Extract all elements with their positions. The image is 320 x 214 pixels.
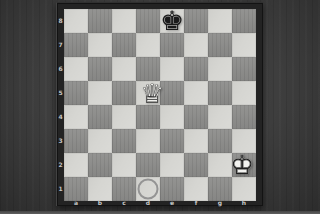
square-f2[interactable]	[184, 153, 208, 177]
square-g7[interactable]	[208, 33, 232, 57]
square-h5[interactable]	[232, 81, 256, 105]
file-label: a	[64, 200, 88, 206]
square-b1[interactable]	[88, 177, 112, 201]
rank-label: 5	[57, 81, 64, 105]
rank-label: 4	[57, 105, 64, 129]
file-label: g	[208, 200, 232, 206]
square-a3[interactable]	[64, 129, 88, 153]
square-h6[interactable]	[232, 57, 256, 81]
square-g2[interactable]	[208, 153, 232, 177]
file-label: c	[112, 200, 136, 206]
square-b3[interactable]	[88, 129, 112, 153]
king-glyph: ♚	[160, 7, 184, 34]
square-e8[interactable]: ♚	[160, 9, 184, 33]
square-c5[interactable]	[112, 81, 136, 105]
square-b7[interactable]	[88, 33, 112, 57]
square-b2[interactable]	[88, 153, 112, 177]
square-f4[interactable]	[184, 105, 208, 129]
square-f3[interactable]	[184, 129, 208, 153]
square-d8[interactable]	[136, 9, 160, 33]
file-label: h	[232, 200, 256, 206]
square-c8[interactable]	[112, 9, 136, 33]
square-g6[interactable]	[208, 57, 232, 81]
square-g3[interactable]	[208, 129, 232, 153]
square-b4[interactable]	[88, 105, 112, 129]
queen-glyph-outline: ♕	[140, 80, 164, 107]
square-g4[interactable]	[208, 105, 232, 129]
square-e3[interactable]	[160, 129, 184, 153]
file-label: b	[88, 200, 112, 206]
square-a4[interactable]	[64, 105, 88, 129]
table-edge-highlight	[0, 211, 320, 214]
file-label: e	[160, 200, 184, 206]
rank-label: 7	[57, 33, 64, 57]
square-b6[interactable]	[88, 57, 112, 81]
square-c4[interactable]	[112, 105, 136, 129]
rank-label: 2	[57, 153, 64, 177]
square-e7[interactable]	[160, 33, 184, 57]
file-label: d	[136, 200, 160, 206]
square-f8[interactable]	[184, 9, 208, 33]
square-a7[interactable]	[64, 33, 88, 57]
square-d3[interactable]	[136, 129, 160, 153]
square-a6[interactable]	[64, 57, 88, 81]
square-a5[interactable]	[64, 81, 88, 105]
square-a1[interactable]	[64, 177, 88, 201]
square-f1[interactable]	[184, 177, 208, 201]
file-labels: a b c d e f g h	[64, 200, 256, 206]
square-h1[interactable]	[232, 177, 256, 201]
square-e2[interactable]	[160, 153, 184, 177]
square-d1[interactable]	[136, 177, 160, 201]
square-d2[interactable]	[136, 153, 160, 177]
square-e1[interactable]	[160, 177, 184, 201]
rank-labels: 8 7 6 5 4 3 2 1	[57, 9, 64, 201]
rank-label: 1	[57, 177, 64, 201]
square-c7[interactable]	[112, 33, 136, 57]
square-d5[interactable]: ♛♕	[136, 81, 160, 105]
square-b8[interactable]	[88, 9, 112, 33]
square-h4[interactable]	[232, 105, 256, 129]
move-hint-circle	[138, 179, 159, 200]
rank-label: 6	[57, 57, 64, 81]
square-c6[interactable]	[112, 57, 136, 81]
square-f7[interactable]	[184, 33, 208, 57]
square-c3[interactable]	[112, 129, 136, 153]
square-f6[interactable]	[184, 57, 208, 81]
white-king[interactable]: ♚♔	[230, 153, 254, 177]
square-c2[interactable]	[112, 153, 136, 177]
square-c1[interactable]	[112, 177, 136, 201]
square-h2[interactable]: ♚♔	[232, 153, 256, 177]
square-g1[interactable]	[208, 177, 232, 201]
chess-board-frame: 8 7 6 5 4 3 2 1 ♚♛♕♚♔ a b c d e f g h	[56, 2, 263, 206]
chess-board: ♚♛♕♚♔	[64, 9, 256, 201]
king-glyph-outline: ♔	[230, 151, 254, 178]
square-b5[interactable]	[88, 81, 112, 105]
rank-label: 3	[57, 129, 64, 153]
square-a2[interactable]	[64, 153, 88, 177]
square-d7[interactable]	[136, 33, 160, 57]
square-h8[interactable]	[232, 9, 256, 33]
square-g5[interactable]	[208, 81, 232, 105]
square-h7[interactable]	[232, 33, 256, 57]
black-king[interactable]: ♚	[160, 9, 184, 33]
chess-app-scene: 8 7 6 5 4 3 2 1 ♚♛♕♚♔ a b c d e f g h	[0, 0, 320, 214]
square-g8[interactable]	[208, 9, 232, 33]
white-queen[interactable]: ♛♕	[140, 82, 164, 106]
square-a8[interactable]	[64, 9, 88, 33]
square-f5[interactable]	[184, 81, 208, 105]
rank-label: 8	[57, 9, 64, 33]
file-label: f	[184, 200, 208, 206]
